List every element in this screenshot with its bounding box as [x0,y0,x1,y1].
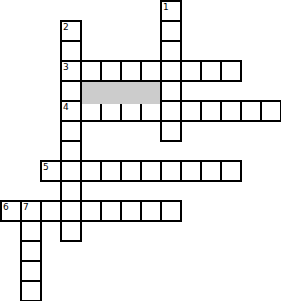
cell[interactable] [60,160,82,182]
cell[interactable] [20,260,42,282]
clue-number-1: 1 [163,3,169,12]
cell[interactable] [220,100,242,122]
cell[interactable] [140,60,162,82]
cell[interactable] [20,220,42,242]
cell[interactable] [140,160,162,182]
cell[interactable] [120,160,142,182]
cell[interactable] [120,200,142,222]
cell[interactable] [60,80,82,102]
crossword-board: 1234567 [0,0,281,301]
cell[interactable] [80,160,102,182]
clue-number-5: 5 [43,163,49,172]
cell[interactable] [240,100,262,122]
cell[interactable] [100,160,122,182]
cell[interactable] [160,100,182,122]
cell[interactable] [180,100,202,122]
cell[interactable] [60,220,82,242]
cell[interactable] [200,100,222,122]
cell[interactable] [140,200,162,222]
cell[interactable] [220,60,242,82]
cell[interactable] [160,200,182,222]
cell[interactable] [200,60,222,82]
cell[interactable] [160,40,182,62]
cell[interactable] [160,120,182,142]
cell[interactable] [160,160,182,182]
cell[interactable] [260,100,281,122]
clue-number-6: 6 [3,203,9,212]
cell[interactable] [80,200,102,222]
clue-number-4: 4 [63,103,69,112]
cell[interactable] [160,60,182,82]
clue-number-7: 7 [23,203,29,212]
cell[interactable] [20,240,42,262]
cell[interactable] [160,20,182,42]
cell[interactable] [60,200,82,222]
clue-number-2: 2 [63,23,69,32]
cell[interactable] [120,60,142,82]
clue-number-3: 3 [63,63,69,72]
cell[interactable] [160,80,182,102]
cell[interactable] [200,160,222,182]
cell[interactable] [100,60,122,82]
cell[interactable] [40,200,62,222]
highlight-bar [82,82,160,104]
cell[interactable] [80,60,102,82]
cell[interactable] [60,40,82,62]
cell[interactable] [60,120,82,142]
cell[interactable] [20,280,42,301]
cell[interactable] [100,200,122,222]
cell[interactable] [60,140,82,162]
cell[interactable] [180,160,202,182]
cell[interactable] [180,60,202,82]
cell[interactable] [220,160,242,182]
cell[interactable] [60,180,82,202]
